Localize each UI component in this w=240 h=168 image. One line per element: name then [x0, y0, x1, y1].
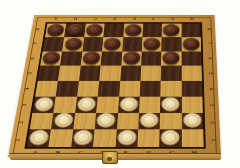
piece-ring	[69, 26, 81, 34]
photo-background: ABCDEFGH 87654321 87654321 ABCDEFGH	[0, 0, 240, 168]
light-piece-H2[interactable]	[183, 113, 201, 128]
coord-label-E: E	[124, 15, 144, 22]
piece-ring	[50, 26, 62, 34]
piece-ring	[67, 39, 79, 47]
light-piece-C3[interactable]	[77, 97, 96, 111]
coord-label-H: H	[183, 15, 203, 22]
dark-piece-C8[interactable]	[86, 24, 104, 36]
piece-ring	[165, 99, 177, 109]
pieces-layer	[27, 24, 204, 148]
piece-ring	[76, 132, 90, 142]
playing-area	[24, 22, 205, 148]
coord-label-F: F	[143, 15, 163, 22]
dark-piece-B8[interactable]	[66, 24, 84, 36]
piece-ring	[88, 26, 100, 34]
light-piece-C1[interactable]	[73, 130, 93, 145]
light-piece-E1[interactable]	[117, 130, 136, 145]
file-labels-far: ABCDEFGH	[46, 15, 202, 22]
light-piece-G3[interactable]	[162, 97, 180, 111]
dark-piece-B7[interactable]	[64, 38, 82, 50]
piece-ring	[186, 115, 199, 125]
checkers-board: ABCDEFGH 87654321 87654321 ABCDEFGH	[8, 15, 221, 157]
coord-label-C: C	[85, 15, 105, 22]
coord-label-B: B	[65, 15, 85, 22]
dark-piece-G8[interactable]	[163, 24, 180, 36]
piece-ring	[120, 132, 133, 142]
piece-ring	[185, 39, 197, 47]
dark-piece-A6[interactable]	[42, 52, 61, 65]
clasp-knob	[107, 157, 112, 161]
piece-ring	[100, 115, 113, 125]
dark-piece-E8[interactable]	[124, 24, 141, 36]
dark-piece-G6[interactable]	[163, 52, 180, 65]
light-piece-F2[interactable]	[140, 113, 159, 128]
light-piece-A3[interactable]	[34, 97, 54, 111]
dark-piece-C6[interactable]	[82, 52, 100, 65]
light-piece-D2[interactable]	[97, 113, 116, 128]
dark-piece-D7[interactable]	[104, 38, 122, 50]
dark-piece-F7[interactable]	[143, 38, 160, 50]
piece-ring	[146, 39, 158, 47]
piece-ring	[56, 115, 70, 125]
piece-ring	[127, 26, 139, 34]
piece-ring	[37, 99, 51, 109]
light-piece-E3[interactable]	[119, 97, 138, 111]
coord-label-G: G	[163, 15, 183, 22]
piece-ring	[166, 26, 177, 34]
dark-piece-E6[interactable]	[123, 52, 141, 65]
dark-piece-H7[interactable]	[183, 38, 200, 50]
piece-ring	[164, 132, 177, 142]
piece-ring	[122, 99, 135, 109]
piece-ring	[80, 99, 93, 109]
brass-clasp	[102, 151, 118, 164]
piece-ring	[85, 54, 98, 63]
light-piece-B2[interactable]	[53, 113, 73, 128]
coord-label-D: D	[104, 15, 124, 22]
dark-piece-A8[interactable]	[47, 24, 65, 36]
piece-ring	[32, 132, 46, 142]
light-piece-G1[interactable]	[161, 130, 180, 145]
piece-ring	[45, 54, 58, 63]
piece-ring	[143, 115, 156, 125]
piece-ring	[125, 54, 137, 63]
coord-label-A: A	[46, 15, 67, 22]
piece-ring	[165, 54, 177, 63]
light-piece-A1[interactable]	[29, 130, 50, 145]
piece-ring	[107, 39, 119, 47]
